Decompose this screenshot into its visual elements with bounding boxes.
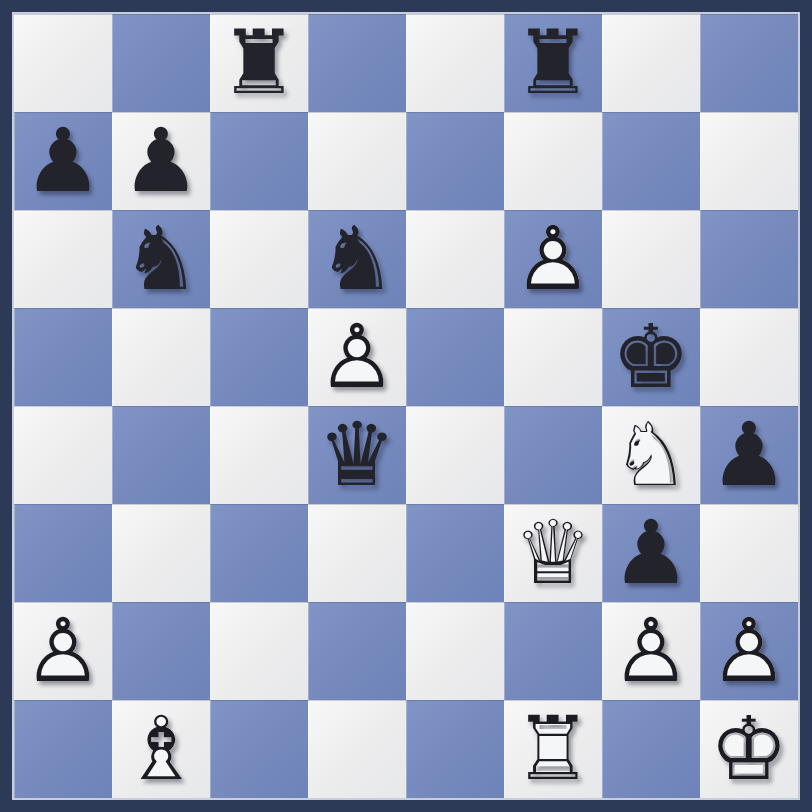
square-b6[interactable]: ♞ <box>112 210 210 308</box>
square-d8[interactable] <box>308 14 406 112</box>
square-e3[interactable] <box>406 504 504 602</box>
square-e5[interactable] <box>406 308 504 406</box>
piece-glyph: ♞ <box>308 210 406 308</box>
black-knight-piece[interactable]: ♞ <box>112 210 210 308</box>
piece-outline-layer: ♙ <box>602 602 700 700</box>
piece-outline-layer: ♘ <box>602 406 700 504</box>
piece-outline-layer: ♕ <box>504 504 602 602</box>
square-a2[interactable]: ♟♙ <box>14 602 112 700</box>
square-g1[interactable] <box>602 700 700 798</box>
square-d7[interactable] <box>308 112 406 210</box>
square-d5[interactable]: ♟♙ <box>308 308 406 406</box>
piece-outline-layer: ♖ <box>504 700 602 798</box>
square-f2[interactable] <box>504 602 602 700</box>
white-pawn-piece[interactable]: ♟♙ <box>602 602 700 700</box>
square-b3[interactable] <box>112 504 210 602</box>
square-d6[interactable]: ♞ <box>308 210 406 308</box>
chess-board: ♜♜♟♟♞♞♟♙♟♙♚♛♞♘♟♛♕♟♟♙♟♙♟♙♝♗♜♖♚♔ <box>14 14 798 798</box>
square-h3[interactable] <box>700 504 798 602</box>
square-f3[interactable]: ♛♕ <box>504 504 602 602</box>
square-g5[interactable]: ♚ <box>602 308 700 406</box>
square-d2[interactable] <box>308 602 406 700</box>
black-pawn-piece[interactable]: ♟ <box>14 112 112 210</box>
white-knight-piece[interactable]: ♞♘ <box>602 406 700 504</box>
white-pawn-piece[interactable]: ♟♙ <box>308 308 406 406</box>
square-f8[interactable]: ♜ <box>504 14 602 112</box>
black-queen-piece[interactable]: ♛ <box>308 406 406 504</box>
piece-outline-layer: ♗ <box>112 700 210 798</box>
square-g7[interactable] <box>602 112 700 210</box>
square-c3[interactable] <box>210 504 308 602</box>
square-c7[interactable] <box>210 112 308 210</box>
square-h4[interactable]: ♟ <box>700 406 798 504</box>
white-pawn-piece[interactable]: ♟♙ <box>504 210 602 308</box>
square-h8[interactable] <box>700 14 798 112</box>
square-e1[interactable] <box>406 700 504 798</box>
square-f6[interactable]: ♟♙ <box>504 210 602 308</box>
piece-glyph: ♜ <box>504 14 602 112</box>
square-b2[interactable] <box>112 602 210 700</box>
square-g8[interactable] <box>602 14 700 112</box>
black-pawn-piece[interactable]: ♟ <box>700 406 798 504</box>
square-a1[interactable] <box>14 700 112 798</box>
piece-glyph: ♜ <box>210 14 308 112</box>
square-f7[interactable] <box>504 112 602 210</box>
square-c1[interactable] <box>210 700 308 798</box>
square-a8[interactable] <box>14 14 112 112</box>
square-c4[interactable] <box>210 406 308 504</box>
square-d3[interactable] <box>308 504 406 602</box>
white-queen-piece[interactable]: ♛♕ <box>504 504 602 602</box>
square-c8[interactable]: ♜ <box>210 14 308 112</box>
square-f4[interactable] <box>504 406 602 504</box>
square-h6[interactable] <box>700 210 798 308</box>
piece-outline-layer: ♙ <box>700 602 798 700</box>
square-g2[interactable]: ♟♙ <box>602 602 700 700</box>
square-b1[interactable]: ♝♗ <box>112 700 210 798</box>
square-g3[interactable]: ♟ <box>602 504 700 602</box>
square-h7[interactable] <box>700 112 798 210</box>
square-b4[interactable] <box>112 406 210 504</box>
square-e4[interactable] <box>406 406 504 504</box>
black-rook-piece[interactable]: ♜ <box>210 14 308 112</box>
square-c5[interactable] <box>210 308 308 406</box>
square-h1[interactable]: ♚♔ <box>700 700 798 798</box>
white-pawn-piece[interactable]: ♟♙ <box>700 602 798 700</box>
square-a5[interactable] <box>14 308 112 406</box>
square-d1[interactable] <box>308 700 406 798</box>
white-rook-piece[interactable]: ♜♖ <box>504 700 602 798</box>
piece-glyph: ♟ <box>602 504 700 602</box>
square-f1[interactable]: ♜♖ <box>504 700 602 798</box>
square-e8[interactable] <box>406 14 504 112</box>
white-pawn-piece[interactable]: ♟♙ <box>14 602 112 700</box>
black-pawn-piece[interactable]: ♟ <box>112 112 210 210</box>
piece-outline-layer: ♙ <box>14 602 112 700</box>
black-king-piece[interactable]: ♚ <box>602 308 700 406</box>
square-c6[interactable] <box>210 210 308 308</box>
square-g4[interactable]: ♞♘ <box>602 406 700 504</box>
piece-glyph: ♞ <box>112 210 210 308</box>
black-pawn-piece[interactable]: ♟ <box>602 504 700 602</box>
square-b5[interactable] <box>112 308 210 406</box>
square-b7[interactable]: ♟ <box>112 112 210 210</box>
piece-glyph: ♟ <box>112 112 210 210</box>
white-bishop-piece[interactable]: ♝♗ <box>112 700 210 798</box>
square-a4[interactable] <box>14 406 112 504</box>
square-g6[interactable] <box>602 210 700 308</box>
square-a3[interactable] <box>14 504 112 602</box>
piece-outline-layer: ♙ <box>308 308 406 406</box>
square-c2[interactable] <box>210 602 308 700</box>
piece-glyph: ♛ <box>308 406 406 504</box>
square-h5[interactable] <box>700 308 798 406</box>
square-d4[interactable]: ♛ <box>308 406 406 504</box>
square-h2[interactable]: ♟♙ <box>700 602 798 700</box>
piece-outline-layer: ♔ <box>700 700 798 798</box>
white-king-piece[interactable]: ♚♔ <box>700 700 798 798</box>
square-b8[interactable] <box>112 14 210 112</box>
square-f5[interactable] <box>504 308 602 406</box>
piece-glyph: ♟ <box>700 406 798 504</box>
board-frame: ♜♜♟♟♞♞♟♙♟♙♚♛♞♘♟♛♕♟♟♙♟♙♟♙♝♗♜♖♚♔ <box>0 0 812 812</box>
square-e2[interactable] <box>406 602 504 700</box>
square-a6[interactable] <box>14 210 112 308</box>
square-a7[interactable]: ♟ <box>14 112 112 210</box>
piece-outline-layer: ♙ <box>504 210 602 308</box>
piece-glyph: ♟ <box>14 112 112 210</box>
square-e6[interactable] <box>406 210 504 308</box>
piece-glyph: ♚ <box>602 308 700 406</box>
black-knight-piece[interactable]: ♞ <box>308 210 406 308</box>
square-e7[interactable] <box>406 112 504 210</box>
black-rook-piece[interactable]: ♜ <box>504 14 602 112</box>
